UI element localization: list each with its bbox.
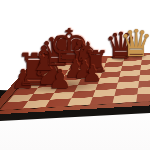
red-pawn-e7[interactable]: ♟ (82, 63, 102, 85)
pieces-layer: ♟♜♞♟♝♛♚♝♞♟♟♜♟♛♛ (0, 0, 150, 150)
white-queen-g7[interactable]: ♛ (119, 25, 150, 62)
chess-set-photo: ♟♜♞♟♝♛♚♝♞♟♟♜♟♛♛ (0, 0, 150, 150)
